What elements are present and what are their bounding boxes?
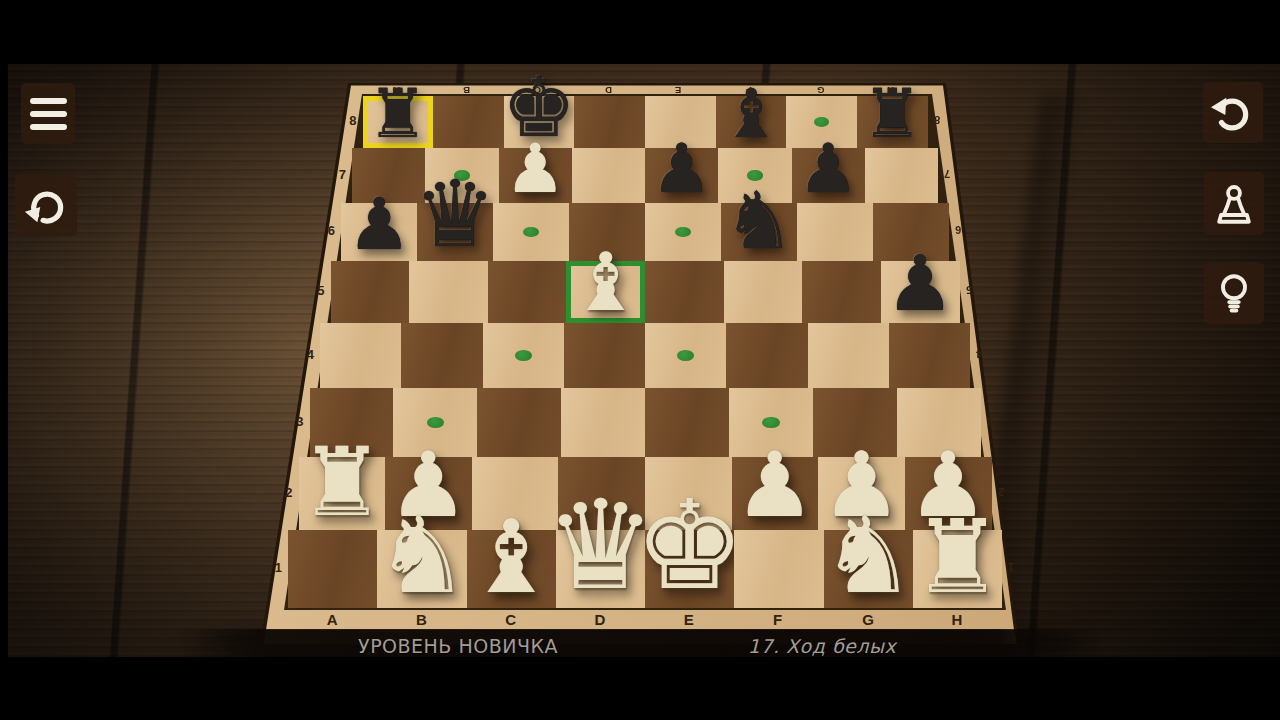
square-b6[interactable]: ♛ bbox=[417, 203, 493, 261]
top-letterbox-bar bbox=[0, 0, 1280, 64]
piece-white-bishop: ♝ bbox=[570, 242, 642, 323]
piece-white-rook: ♜ bbox=[299, 435, 384, 530]
rank-row-5: ♝♟ bbox=[331, 261, 960, 323]
menu-button[interactable] bbox=[21, 83, 75, 144]
rank-label-right-2: 2 bbox=[998, 486, 1004, 498]
piece-white-king: ♚ bbox=[634, 484, 745, 608]
rank-label-right-3: 3 bbox=[987, 415, 993, 427]
file-label-bottom-F: F bbox=[773, 611, 782, 628]
rank-label-left-7: 7 bbox=[330, 167, 346, 182]
file-label-bottom-D: D bbox=[594, 611, 605, 628]
square-c5[interactable] bbox=[488, 261, 567, 323]
square-d5[interactable]: ♝ bbox=[566, 261, 645, 323]
rank-row-6: ♟♛♞ bbox=[341, 203, 949, 261]
square-c1[interactable]: ♝ bbox=[467, 530, 556, 608]
square-g5[interactable] bbox=[802, 261, 881, 323]
legal-move-dot bbox=[677, 350, 694, 361]
legal-move-dot bbox=[515, 350, 532, 361]
chess-app-screen: ♜♚♝♜88♟♟♟77♟♛♞66♝♟554433♜♟♟♟♟22♞♝♛♚♞♜11A… bbox=[0, 0, 1280, 720]
rank-label-left-3: 3 bbox=[288, 414, 304, 429]
square-h4[interactable] bbox=[889, 323, 970, 388]
square-d1[interactable]: ♛ bbox=[556, 530, 645, 608]
square-e7[interactable]: ♟ bbox=[645, 148, 718, 203]
rank-label-right-4: 4 bbox=[976, 348, 982, 360]
square-g4[interactable] bbox=[808, 323, 889, 388]
square-c4[interactable] bbox=[483, 323, 564, 388]
square-f5[interactable] bbox=[724, 261, 803, 323]
square-e4[interactable] bbox=[645, 323, 726, 388]
piece-white-bishop: ♝ bbox=[466, 507, 557, 608]
square-f8[interactable]: ♝ bbox=[716, 96, 787, 148]
square-h1[interactable]: ♜ bbox=[913, 530, 1002, 608]
piece-black-pawn: ♟ bbox=[886, 246, 955, 323]
legal-move-dot bbox=[675, 227, 691, 238]
file-label-top-F: F bbox=[746, 85, 752, 96]
rank-label-right-6: 6 bbox=[955, 224, 961, 236]
square-e6[interactable] bbox=[645, 203, 721, 261]
square-a8[interactable]: ♜ bbox=[363, 96, 434, 148]
square-a4[interactable] bbox=[320, 323, 401, 388]
square-b5[interactable] bbox=[409, 261, 488, 323]
file-label-bottom-E: E bbox=[684, 611, 694, 628]
pawn-outline-icon bbox=[1211, 180, 1257, 228]
file-label-top-B: B bbox=[463, 85, 470, 96]
square-c6[interactable] bbox=[493, 203, 569, 261]
piece-white-knight: ♞ bbox=[820, 502, 915, 608]
piece-white-pawn: ♟ bbox=[505, 135, 566, 203]
hamburger-icon bbox=[30, 98, 67, 104]
square-a1[interactable] bbox=[288, 530, 377, 608]
file-label-top-C: C bbox=[534, 85, 541, 96]
rank-label-left-1: 1 bbox=[266, 560, 282, 575]
rank-label-left-4: 4 bbox=[298, 347, 314, 362]
square-g6[interactable] bbox=[797, 203, 873, 261]
file-label-top-E: E bbox=[675, 85, 681, 96]
square-d3[interactable] bbox=[561, 388, 645, 457]
legal-move-dot bbox=[427, 417, 445, 429]
square-a5[interactable] bbox=[331, 261, 410, 323]
rank-row-1: ♞♝♛♚♞♜ bbox=[288, 530, 1002, 608]
square-g7[interactable]: ♟ bbox=[792, 148, 865, 203]
piece-black-pawn: ♟ bbox=[651, 135, 712, 203]
piece-black-pawn: ♟ bbox=[798, 135, 859, 203]
piece-style-button[interactable] bbox=[1204, 172, 1264, 235]
square-h8[interactable]: ♜ bbox=[857, 96, 928, 148]
square-b8[interactable] bbox=[433, 96, 504, 148]
undo-arrow-icon bbox=[1210, 90, 1256, 136]
hint-button[interactable] bbox=[1204, 262, 1264, 324]
square-g1[interactable]: ♞ bbox=[824, 530, 913, 608]
square-d8[interactable] bbox=[574, 96, 645, 148]
restart-button[interactable] bbox=[15, 174, 77, 236]
file-label-bottom-A: A bbox=[327, 611, 338, 628]
legal-move-dot bbox=[523, 227, 539, 238]
file-label-top-D: D bbox=[605, 85, 612, 96]
square-f6[interactable]: ♞ bbox=[721, 203, 797, 261]
piece-white-pawn: ♟ bbox=[735, 440, 816, 530]
restart-circular-arrow-icon bbox=[23, 182, 69, 228]
left-black-edge bbox=[0, 64, 8, 657]
square-f1[interactable] bbox=[734, 530, 823, 608]
rank-label-left-8: 8 bbox=[341, 113, 357, 128]
square-d7[interactable] bbox=[572, 148, 645, 203]
square-c7[interactable]: ♟ bbox=[499, 148, 572, 203]
bottom-letterbox-bar bbox=[0, 657, 1280, 720]
square-a2[interactable]: ♜ bbox=[299, 457, 386, 530]
legal-move-dot bbox=[814, 117, 829, 127]
legal-move-dot bbox=[762, 417, 780, 429]
square-e1[interactable]: ♚ bbox=[645, 530, 734, 608]
level-label: УРОВЕНЬ НОВИЧКА bbox=[358, 635, 558, 657]
file-label-top-H: H bbox=[887, 85, 894, 96]
square-b4[interactable] bbox=[401, 323, 482, 388]
square-f4[interactable] bbox=[726, 323, 807, 388]
file-label-bottom-G: G bbox=[862, 611, 874, 628]
rank-label-right-1: 1 bbox=[1008, 561, 1014, 573]
file-label-bottom-B: B bbox=[416, 611, 427, 628]
move-indicator: 17. Ход белых bbox=[748, 635, 896, 657]
square-e3[interactable] bbox=[645, 388, 729, 457]
square-h7[interactable] bbox=[865, 148, 938, 203]
rank-label-left-2: 2 bbox=[277, 485, 293, 500]
piece-black-pawn: ♟ bbox=[347, 189, 411, 261]
rank-label-left-5: 5 bbox=[309, 283, 325, 298]
piece-black-queen: ♛ bbox=[414, 169, 496, 261]
file-label-top-A: A bbox=[393, 85, 400, 96]
rank-label-right-7: 7 bbox=[944, 168, 950, 180]
rank-label-right-5: 5 bbox=[966, 284, 972, 296]
piece-white-rook: ♜ bbox=[912, 507, 1003, 608]
status-band bbox=[170, 629, 1110, 659]
square-d4[interactable] bbox=[564, 323, 645, 388]
file-label-bottom-C: C bbox=[505, 611, 516, 628]
file-label-top-G: G bbox=[817, 85, 824, 96]
file-label-bottom-H: H bbox=[951, 611, 962, 628]
rank-row-4 bbox=[320, 323, 970, 388]
undo-button[interactable] bbox=[1203, 82, 1263, 143]
square-c3[interactable] bbox=[477, 388, 561, 457]
piece-white-knight: ♞ bbox=[374, 502, 469, 608]
rank-label-left-6: 6 bbox=[319, 223, 335, 238]
lightbulb-icon bbox=[1211, 269, 1257, 317]
rank-label-right-8: 8 bbox=[934, 114, 940, 126]
piece-black-knight: ♞ bbox=[724, 182, 795, 261]
square-b1[interactable]: ♞ bbox=[377, 530, 466, 608]
square-a6[interactable]: ♟ bbox=[341, 203, 417, 261]
square-h5[interactable]: ♟ bbox=[881, 261, 960, 323]
square-e5[interactable] bbox=[645, 261, 724, 323]
